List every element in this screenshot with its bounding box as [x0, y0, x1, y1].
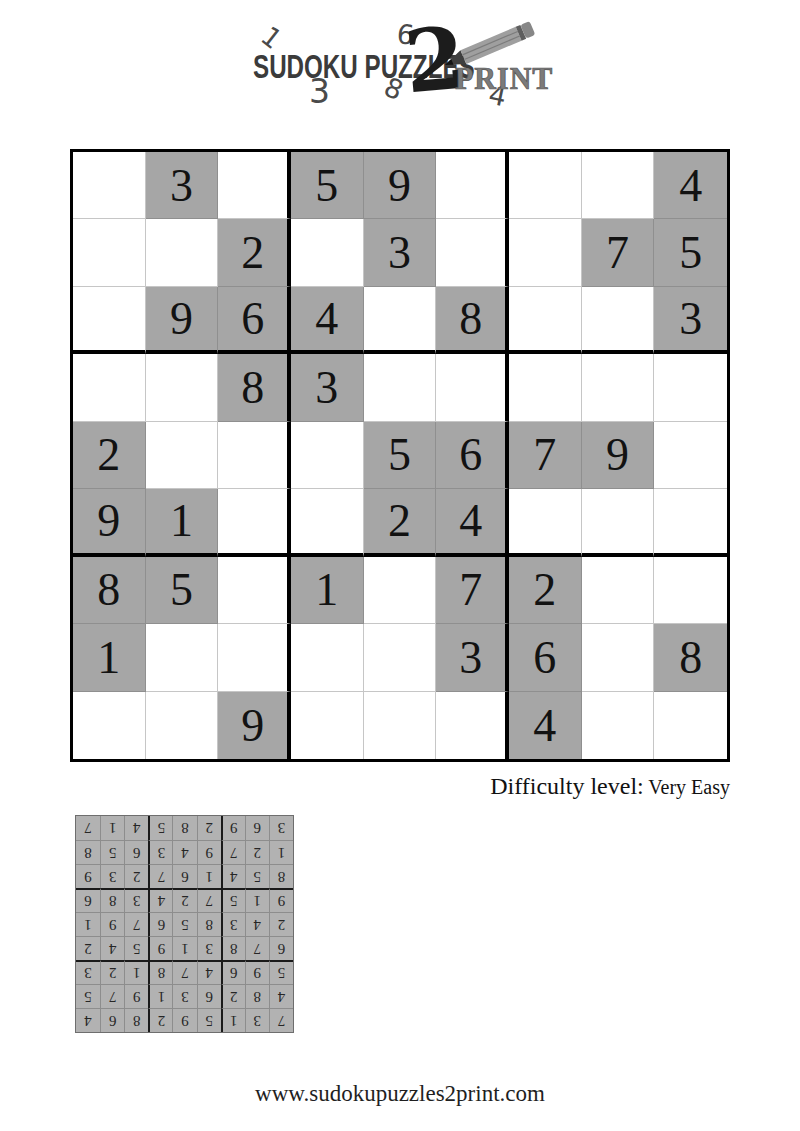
solution-cell-r7c1: 8	[269, 864, 293, 888]
puzzle-cell-r5c8: 9	[582, 422, 655, 489]
puzzle-cell-r2c1	[73, 219, 146, 286]
solution-cell-r9c8: 1	[100, 816, 124, 840]
solution-cell-r8c9: 8	[76, 840, 100, 864]
solution-cell-r5c2: 4	[245, 912, 269, 936]
puzzle-cell-r8c2	[146, 624, 219, 691]
puzzle-cell-r7c7: 2	[509, 557, 582, 624]
solution-cell-r8c2: 2	[245, 840, 269, 864]
puzzle-cell-r8c4	[291, 624, 364, 691]
solution-cell-r1c9: 4	[76, 1008, 100, 1032]
puzzle-cell-r7c2: 5	[146, 557, 219, 624]
solution-cell-r9c5: 8	[172, 816, 196, 840]
solution-cell-r3c4: 4	[197, 960, 221, 984]
puzzle-cell-r9c4	[291, 692, 364, 759]
solution-cell-r6c4: 7	[197, 888, 221, 912]
puzzle-cell-r2c5: 3	[364, 219, 437, 286]
solution-cell-r5c7: 7	[124, 912, 148, 936]
solution-cell-r4c3: 8	[221, 936, 245, 960]
puzzle-cell-r6c9	[654, 489, 727, 556]
puzzle-cell-r6c5: 2	[364, 489, 437, 556]
solution-cell-r2c5: 3	[172, 984, 196, 1008]
puzzle-cell-r6c1: 9	[73, 489, 146, 556]
puzzle-cell-r8c3	[218, 624, 291, 691]
solution-cell-r7c9: 9	[76, 864, 100, 888]
puzzle-cell-r1c1	[73, 152, 146, 219]
solution-cell-r1c5: 9	[172, 1008, 196, 1032]
solution-cell-r1c3: 1	[221, 1008, 245, 1032]
solution-cell-r3c6: 8	[148, 960, 172, 984]
logo: 1 6 3 8 4 SUDOKU PUZZLES 2 PRINT	[245, 20, 565, 120]
puzzle-cell-r8c1: 1	[73, 624, 146, 691]
solution-cell-r3c7: 1	[124, 960, 148, 984]
puzzle-cell-r2c2	[146, 219, 219, 286]
logo-title-print: PRINT	[455, 61, 553, 97]
solution-cell-r1c8: 6	[100, 1008, 124, 1032]
puzzle-cell-r5c9	[654, 422, 727, 489]
puzzle-cell-r1c7	[509, 152, 582, 219]
puzzle-cell-r9c3: 9	[218, 692, 291, 759]
solution-cell-r9c2: 6	[245, 816, 269, 840]
solution-cell-r1c6: 2	[148, 1008, 172, 1032]
puzzle-cell-r3c7	[509, 287, 582, 354]
puzzle-cell-r5c6: 6	[436, 422, 509, 489]
solution-cell-r2c6: 1	[148, 984, 172, 1008]
solution-cell-r2c2: 8	[245, 984, 269, 1008]
solution-cell-r5c3: 3	[221, 912, 245, 936]
solution-cell-r3c9: 3	[76, 960, 100, 984]
puzzle-cell-r3c3: 6	[218, 287, 291, 354]
solution-cell-r8c8: 5	[100, 840, 124, 864]
puzzle-cell-r6c8	[582, 489, 655, 556]
puzzle-cell-r4c3: 8	[218, 354, 291, 421]
solution-cell-r9c6: 5	[148, 816, 172, 840]
puzzle-cell-r4c1	[73, 354, 146, 421]
solution-cell-r6c3: 5	[221, 888, 245, 912]
solution-cell-r3c5: 7	[172, 960, 196, 984]
solution-cell-r8c7: 6	[124, 840, 148, 864]
solution-cell-r1c7: 8	[124, 1008, 148, 1032]
solution-cell-r4c1: 6	[269, 936, 293, 960]
puzzle-cell-r9c7: 4	[509, 692, 582, 759]
puzzle-cell-r7c3	[218, 557, 291, 624]
sudoku-solution-grid: 7315928644826319755964781236783195422438…	[75, 815, 294, 1033]
solution-cell-r7c3: 4	[221, 864, 245, 888]
site-url: www.sudokupuzzles2print.com	[0, 1081, 800, 1107]
solution-cell-r3c3: 6	[221, 960, 245, 984]
puzzle-cell-r1c5: 9	[364, 152, 437, 219]
puzzle-cell-r9c1	[73, 692, 146, 759]
puzzle-cell-r3c1	[73, 287, 146, 354]
difficulty-label: Difficulty level:	[490, 773, 644, 799]
puzzle-cell-r1c2: 3	[146, 152, 219, 219]
solution-cell-r9c9: 7	[76, 816, 100, 840]
puzzle-cell-r4c4: 3	[291, 354, 364, 421]
difficulty-level: Difficulty level: Very Easy	[490, 773, 730, 800]
puzzle-cell-r6c2: 1	[146, 489, 219, 556]
puzzle-cell-r3c2: 9	[146, 287, 219, 354]
solution-cell-r8c6: 3	[148, 840, 172, 864]
puzzle-cell-r6c3	[218, 489, 291, 556]
solution-cell-r4c7: 5	[124, 936, 148, 960]
solution-cell-r4c5: 1	[172, 936, 196, 960]
puzzle-cell-r1c8	[582, 152, 655, 219]
puzzle-cell-r7c8	[582, 557, 655, 624]
solution-cell-r7c7: 2	[124, 864, 148, 888]
solution-cell-r6c9: 6	[76, 888, 100, 912]
solution-cell-r6c8: 8	[100, 888, 124, 912]
puzzle-cell-r3c6: 8	[436, 287, 509, 354]
solution-cell-r7c2: 5	[245, 864, 269, 888]
puzzle-cell-r5c2	[146, 422, 219, 489]
solution-cell-r6c5: 2	[172, 888, 196, 912]
solution-cell-r4c6: 9	[148, 936, 172, 960]
puzzle-cell-r7c4: 1	[291, 557, 364, 624]
puzzle-cell-r2c3: 2	[218, 219, 291, 286]
puzzle-cell-r9c8	[582, 692, 655, 759]
puzzle-cell-r3c4: 4	[291, 287, 364, 354]
puzzle-cell-r1c9: 4	[654, 152, 727, 219]
puzzle-cell-r8c5	[364, 624, 437, 691]
solution-cell-r6c2: 1	[245, 888, 269, 912]
solution-cell-r2c9: 5	[76, 984, 100, 1008]
solution-cell-r2c8: 7	[100, 984, 124, 1008]
puzzle-cell-r5c3	[218, 422, 291, 489]
solution-cell-r9c1: 3	[269, 816, 293, 840]
solution-cell-r8c3: 7	[221, 840, 245, 864]
solution-cell-r7c6: 7	[148, 864, 172, 888]
puzzle-cell-r4c8	[582, 354, 655, 421]
solution-cell-r4c9: 2	[76, 936, 100, 960]
puzzle-cell-r8c9: 8	[654, 624, 727, 691]
puzzle-cell-r7c1: 8	[73, 557, 146, 624]
puzzle-cell-r9c6	[436, 692, 509, 759]
solution-cell-r7c5: 6	[172, 864, 196, 888]
solution-cell-r6c1: 9	[269, 888, 293, 912]
puzzle-cell-r5c4	[291, 422, 364, 489]
solution-cell-r9c3: 9	[221, 816, 245, 840]
solution-cell-r2c3: 2	[221, 984, 245, 1008]
solution-cell-r5c9: 1	[76, 912, 100, 936]
puzzle-cell-r1c6	[436, 152, 509, 219]
solution-cell-r4c2: 7	[245, 936, 269, 960]
puzzle-cell-r4c2	[146, 354, 219, 421]
solution-cell-r7c8: 3	[100, 864, 124, 888]
solution-cell-r4c8: 4	[100, 936, 124, 960]
solution-cell-r6c6: 4	[148, 888, 172, 912]
puzzle-cell-r6c6: 4	[436, 489, 509, 556]
solution-cell-r5c1: 2	[269, 912, 293, 936]
difficulty-value: Very Easy	[644, 776, 730, 798]
puzzle-cell-r3c5	[364, 287, 437, 354]
solution-cell-r2c1: 4	[269, 984, 293, 1008]
puzzle-cell-r1c3	[218, 152, 291, 219]
solution-cell-r4c4: 3	[197, 936, 221, 960]
puzzle-cell-r9c5	[364, 692, 437, 759]
solution-cell-r9c4: 2	[197, 816, 221, 840]
puzzle-cell-r3c8	[582, 287, 655, 354]
solution-cell-r8c5: 4	[172, 840, 196, 864]
puzzle-cell-r8c8	[582, 624, 655, 691]
puzzle-cell-r1c4: 5	[291, 152, 364, 219]
solution-cell-r5c6: 6	[148, 912, 172, 936]
solution-cell-r5c8: 9	[100, 912, 124, 936]
puzzle-cell-r2c7	[509, 219, 582, 286]
solution-cell-r1c2: 3	[245, 1008, 269, 1032]
puzzle-cell-r4c9	[654, 354, 727, 421]
solution-cell-r5c5: 5	[172, 912, 196, 936]
solution-cell-r6c7: 3	[124, 888, 148, 912]
solution-cell-r8c1: 1	[269, 840, 293, 864]
solution-cell-r1c1: 7	[269, 1008, 293, 1032]
puzzle-cell-r8c7: 6	[509, 624, 582, 691]
puzzle-cell-r9c9	[654, 692, 727, 759]
puzzle-cell-r5c5: 5	[364, 422, 437, 489]
solution-cell-r9c7: 4	[124, 816, 148, 840]
puzzle-cell-r2c9: 5	[654, 219, 727, 286]
puzzle-cell-r4c6	[436, 354, 509, 421]
solution-cell-r3c2: 9	[245, 960, 269, 984]
puzzle-cell-r2c8: 7	[582, 219, 655, 286]
puzzle-cell-r5c1: 2	[73, 422, 146, 489]
puzzle-cell-r6c7	[509, 489, 582, 556]
puzzle-cell-r7c6: 7	[436, 557, 509, 624]
puzzle-cell-r2c4	[291, 219, 364, 286]
puzzle-cell-r6c4	[291, 489, 364, 556]
puzzle-cell-r5c7: 7	[509, 422, 582, 489]
puzzle-cell-r4c7	[509, 354, 582, 421]
puzzle-cell-r7c5	[364, 557, 437, 624]
sudoku-puzzle-grid: 35942375964838325679912485172136894	[70, 149, 730, 762]
solution-cell-r1c4: 5	[197, 1008, 221, 1032]
solution-cell-r3c1: 5	[269, 960, 293, 984]
solution-cell-r7c4: 1	[197, 864, 221, 888]
solution-cell-r2c4: 6	[197, 984, 221, 1008]
puzzle-cell-r2c6	[436, 219, 509, 286]
solution-cell-r3c8: 2	[100, 960, 124, 984]
puzzle-cell-r9c2	[146, 692, 219, 759]
puzzle-cell-r8c6: 3	[436, 624, 509, 691]
solution-cell-r8c4: 9	[197, 840, 221, 864]
puzzle-cell-r4c5	[364, 354, 437, 421]
solution-cell-r2c7: 9	[124, 984, 148, 1008]
puzzle-cell-r3c9: 3	[654, 287, 727, 354]
solution-cell-r5c4: 8	[197, 912, 221, 936]
puzzle-cell-r7c9	[654, 557, 727, 624]
